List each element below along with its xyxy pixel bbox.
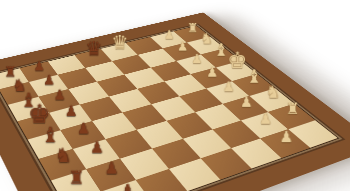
white-pawn-piece[interactable]: ♟ xyxy=(177,40,188,52)
white-pawn-piece[interactable]: ♟ xyxy=(279,129,293,144)
black-pawn-piece[interactable]: ♟ xyxy=(104,159,119,175)
black-pawn-piece[interactable]: ♟ xyxy=(77,120,91,135)
black-pawn-piece[interactable]: ♟ xyxy=(53,88,65,102)
white-king-piece[interactable]: ♚ xyxy=(227,49,247,71)
black-pawn-piece[interactable]: ♟ xyxy=(65,103,78,117)
white-pawn-piece[interactable]: ♟ xyxy=(259,111,272,126)
black-pawn-piece[interactable]: ♟ xyxy=(33,59,45,72)
square-r7-c8[interactable]: ♜ xyxy=(268,104,315,129)
white-rook-piece[interactable]: ♜ xyxy=(286,101,300,116)
white-knight-piece[interactable]: ♞ xyxy=(265,84,280,101)
black-rook-piece[interactable]: ♜ xyxy=(68,169,84,187)
square-r4-c4[interactable] xyxy=(109,89,151,113)
walnut-chess-board: ♜♟♛♛♟♜♞♟♟♞♝♟♟♝♚♟♟♚♝♟♟♝♞♟♟♞♜♟♟♜♟♟ xyxy=(0,12,350,191)
chess-set-product-photo: ♜♟♛♛♟♜♞♟♟♞♝♟♟♝♚♟♟♚♝♟♟♝♞♟♟♞♜♟♟♜♟♟ xyxy=(0,0,350,191)
white-queen-piece[interactable]: ♛ xyxy=(111,33,128,52)
chess-board-grid: ♜♟♛♛♟♜♞♟♟♞♝♟♟♝♚♟♟♚♝♟♟♝♞♟♟♞♜♟♟♜♟♟ xyxy=(0,25,339,191)
white-rook-piece[interactable]: ♜ xyxy=(187,22,198,35)
square-r8-c5[interactable] xyxy=(201,148,252,179)
white-pawn-piece[interactable]: ♟ xyxy=(191,52,202,65)
white-bishop-piece[interactable]: ♝ xyxy=(246,67,262,85)
black-bishop-piece[interactable]: ♝ xyxy=(41,124,60,145)
white-pawn-piece[interactable]: ♟ xyxy=(206,65,218,78)
black-queen-piece[interactable]: ♛ xyxy=(85,39,103,59)
black-pawn-piece[interactable]: ♟ xyxy=(43,73,55,86)
white-pawn-piece[interactable]: ♟ xyxy=(240,95,253,109)
black-pawn-piece[interactable]: ♟ xyxy=(120,181,135,191)
white-knight-piece[interactable]: ♞ xyxy=(200,31,213,46)
white-pawn-piece[interactable]: ♟ xyxy=(164,28,175,40)
black-knight-piece[interactable]: ♞ xyxy=(54,146,71,165)
black-pawn-piece[interactable]: ♟ xyxy=(90,139,104,155)
white-pawn-piece[interactable]: ♟ xyxy=(222,79,234,93)
